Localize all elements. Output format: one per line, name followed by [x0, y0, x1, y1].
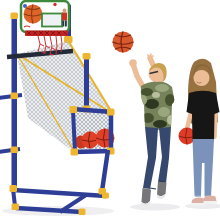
girl-jeans: [193, 139, 215, 196]
pole-joint: [11, 147, 19, 154]
backboard: [21, 1, 69, 32]
base-joint: [10, 185, 18, 192]
base-joint: [79, 209, 86, 216]
backboard-target-box: [42, 14, 62, 27]
girl-jeans-body: [193, 139, 215, 196]
tray-joint: [107, 109, 115, 116]
girl-shoe-sole: [192, 203, 206, 206]
boy-shoe: [157, 182, 167, 197]
ball-tray: [70, 106, 115, 156]
pole-joint: [83, 53, 91, 60]
base-back-bar: [13, 190, 106, 196]
front-right-pole: [84, 56, 89, 110]
tray-left-bar: [73, 110, 75, 153]
boy-right-hand: [148, 54, 153, 58]
boy-right-leg: [158, 127, 171, 183]
tray-joint: [70, 106, 78, 113]
base-joint: [102, 193, 109, 199]
right-leg: [102, 150, 108, 191]
arcade-stand: [0, 1, 115, 215]
girl-left-arm: [215, 112, 216, 137]
girl-face: [194, 70, 210, 86]
girl: [179, 59, 220, 206]
girl-shoe: [192, 198, 206, 203]
frame-base: [10, 150, 110, 215]
left-pole: [12, 16, 18, 192]
boy-left-leg: [143, 127, 158, 189]
pole-joint: [11, 93, 19, 100]
boy-left-fist: [129, 59, 137, 67]
boy-shoe: [142, 188, 152, 204]
left-pole-cap: [11, 13, 19, 20]
boy: [129, 54, 175, 206]
tray-joint: [71, 149, 79, 156]
base-joint: [12, 204, 20, 211]
scene-illustration: [0, 0, 220, 220]
girl-shoe-sole: [204, 201, 218, 204]
backboard-decor-dot: [53, 3, 56, 6]
boy-jeans: [143, 127, 171, 189]
flying-ball: [113, 32, 134, 53]
boy-shadow: [130, 204, 180, 211]
backboard-basketball-graphic: [24, 5, 43, 24]
boy-shirt: [139, 82, 175, 130]
tray-top-bar: [72, 109, 112, 112]
product-photo: [0, 0, 220, 220]
